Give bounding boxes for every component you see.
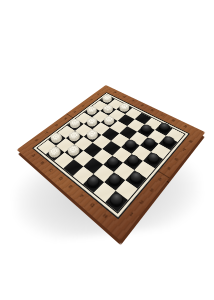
coord-label: 4: [72, 111, 76, 114]
coord-label: H: [102, 214, 108, 220]
coord-label: 3: [81, 105, 85, 108]
board-square: [46, 146, 65, 161]
coord-label: 2: [89, 99, 93, 102]
coord-label: F: [131, 100, 135, 103]
coord-label: 3: [148, 188, 153, 193]
coord-label: G: [122, 96, 126, 99]
coord-label: E: [140, 104, 144, 107]
coord-label: F: [78, 194, 83, 199]
coord-label: 5: [63, 117, 67, 120]
coord-label: 8: [188, 140, 192, 144]
coord-label: 6: [174, 157, 179, 161]
coord-label: 7: [44, 131, 49, 134]
board-square: [137, 125, 155, 138]
coord-label: A: [30, 154, 35, 158]
board-square: [104, 172, 125, 191]
board-photo: ABCDEFGH HGFEDCBA 87654321 12345678: [0, 0, 214, 300]
coord-label: 8: [34, 139, 39, 143]
coord-label: 2: [138, 200, 144, 206]
coord-label: C: [160, 114, 164, 117]
coord-label: 6: [54, 124, 58, 127]
coord-label: B: [39, 161, 44, 165]
coord-label: 4: [157, 177, 162, 182]
coord-label: 7: [181, 148, 186, 152]
coord-label: A: [182, 125, 186, 128]
coord-label: D: [57, 177, 63, 182]
coord-label: G: [89, 203, 95, 209]
coord-label: C: [47, 169, 52, 174]
coord-label: 1: [97, 93, 101, 95]
coord-label: E: [67, 185, 72, 190]
coord-label: 5: [166, 167, 171, 172]
coord-label: B: [171, 119, 175, 122]
board-square: [105, 191, 128, 212]
coord-label: 1: [128, 212, 134, 218]
coord-label: D: [149, 109, 153, 112]
coord-label: H: [113, 92, 117, 95]
